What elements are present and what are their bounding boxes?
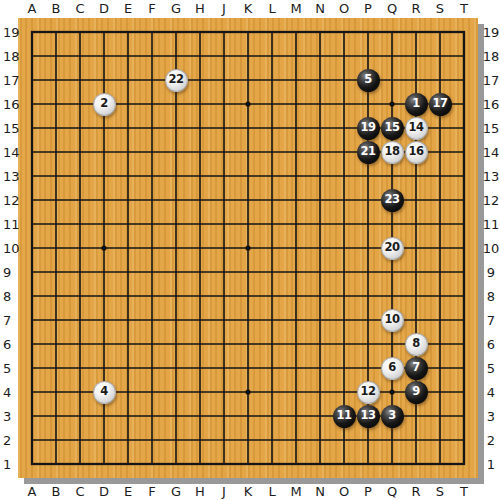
coord-label-top-O: O bbox=[339, 2, 349, 15]
coord-label-right-16: 16 bbox=[483, 98, 500, 111]
coord-label-top-H: H bbox=[195, 2, 205, 15]
move-number: 15 bbox=[384, 122, 399, 134]
coord-label-bottom-P: P bbox=[364, 485, 372, 498]
coord-label-top-R: R bbox=[411, 2, 420, 15]
stone-white-18-Q14[interactable]: 18 bbox=[381, 141, 404, 164]
coord-label-left-6: 6 bbox=[3, 338, 11, 351]
stone-white-16-R14[interactable]: 16 bbox=[405, 141, 428, 164]
stone-black-21-P14[interactable]: 21 bbox=[357, 141, 380, 164]
coord-label-top-D: D bbox=[99, 2, 109, 15]
coord-label-bottom-J: J bbox=[222, 485, 226, 498]
coord-label-right-18: 18 bbox=[483, 50, 500, 63]
coord-label-left-7: 7 bbox=[3, 314, 11, 327]
stone-white-14-R15[interactable]: 14 bbox=[405, 117, 428, 140]
coord-label-right-5: 5 bbox=[487, 362, 495, 375]
stone-black-3-Q3[interactable]: 3 bbox=[381, 405, 404, 428]
coord-label-left-2: 2 bbox=[3, 434, 11, 447]
move-number: 7 bbox=[412, 362, 420, 374]
coord-label-right-14: 14 bbox=[483, 146, 500, 159]
coord-label-top-Q: Q bbox=[387, 2, 397, 15]
stone-white-6-Q5[interactable]: 6 bbox=[381, 357, 404, 380]
coord-label-bottom-G: G bbox=[171, 485, 181, 498]
coord-label-right-13: 13 bbox=[483, 170, 500, 183]
coord-label-left-3: 3 bbox=[3, 410, 11, 423]
coord-label-bottom-C: C bbox=[75, 485, 84, 498]
stone-white-4-D4[interactable]: 4 bbox=[93, 381, 116, 404]
coord-label-top-B: B bbox=[52, 2, 61, 15]
coord-label-bottom-A: A bbox=[28, 485, 37, 498]
move-number: 5 bbox=[364, 74, 372, 86]
coord-label-right-2: 2 bbox=[487, 434, 495, 447]
move-number: 9 bbox=[412, 386, 420, 398]
coord-label-bottom-R: R bbox=[411, 485, 420, 498]
coord-label-top-G: G bbox=[171, 2, 181, 15]
coord-label-right-1: 1 bbox=[487, 458, 495, 471]
stone-white-20-Q10[interactable]: 20 bbox=[381, 237, 404, 260]
move-number: 22 bbox=[168, 74, 183, 86]
coord-label-left-4: 4 bbox=[3, 386, 11, 399]
stone-white-2-D16[interactable]: 2 bbox=[93, 93, 116, 116]
stone-black-13-P3[interactable]: 13 bbox=[357, 405, 380, 428]
coord-label-bottom-F: F bbox=[148, 485, 155, 498]
coord-label-bottom-N: N bbox=[315, 485, 325, 498]
coord-label-bottom-S: S bbox=[436, 485, 444, 498]
stones-grid[interactable]: 1234567891011121314151617181920212223 bbox=[20, 20, 476, 476]
move-number: 3 bbox=[388, 410, 396, 422]
coord-label-top-N: N bbox=[315, 2, 325, 15]
coord-label-top-P: P bbox=[364, 2, 372, 15]
coord-label-right-4: 4 bbox=[487, 386, 495, 399]
coord-label-bottom-O: O bbox=[339, 485, 349, 498]
coord-label-bottom-Q: Q bbox=[387, 485, 397, 498]
move-number: 21 bbox=[360, 146, 375, 158]
coord-label-bottom-B: B bbox=[52, 485, 61, 498]
move-number: 13 bbox=[360, 410, 375, 422]
coord-label-bottom-D: D bbox=[99, 485, 109, 498]
coord-label-top-L: L bbox=[268, 2, 275, 15]
stone-black-17-S16[interactable]: 17 bbox=[429, 93, 452, 116]
move-number: 6 bbox=[388, 362, 396, 374]
stone-black-11-O3[interactable]: 11 bbox=[333, 405, 356, 428]
coord-label-right-8: 8 bbox=[487, 290, 495, 303]
move-number: 19 bbox=[360, 122, 375, 134]
coord-label-right-17: 17 bbox=[483, 74, 500, 87]
move-number: 18 bbox=[384, 146, 399, 158]
stone-black-5-P17[interactable]: 5 bbox=[357, 69, 380, 92]
stone-black-7-R5[interactable]: 7 bbox=[405, 357, 428, 380]
coord-label-bottom-E: E bbox=[124, 485, 132, 498]
stone-black-15-Q15[interactable]: 15 bbox=[381, 117, 404, 140]
stone-white-22-G17[interactable]: 22 bbox=[165, 69, 188, 92]
coord-label-bottom-T: T bbox=[460, 485, 468, 498]
coord-label-left-8: 8 bbox=[3, 290, 11, 303]
stone-white-12-P4[interactable]: 12 bbox=[357, 381, 380, 404]
move-number: 17 bbox=[432, 98, 447, 110]
coord-label-right-12: 12 bbox=[483, 194, 500, 207]
stone-black-19-P15[interactable]: 19 bbox=[357, 117, 380, 140]
stone-black-23-Q12[interactable]: 23 bbox=[381, 189, 404, 212]
coord-label-top-T: T bbox=[460, 2, 468, 15]
coord-label-top-S: S bbox=[436, 2, 444, 15]
coord-label-right-10: 10 bbox=[483, 242, 500, 255]
coord-label-right-9: 9 bbox=[487, 266, 495, 279]
go-board[interactable]: 1234567891011121314151617181920212223 bbox=[18, 18, 478, 478]
move-number: 2 bbox=[100, 98, 108, 110]
coord-label-right-11: 11 bbox=[483, 218, 500, 231]
coord-label-right-6: 6 bbox=[487, 338, 495, 351]
coord-label-top-M: M bbox=[290, 2, 301, 15]
stone-black-1-R16[interactable]: 1 bbox=[405, 93, 428, 116]
coord-label-bottom-H: H bbox=[195, 485, 205, 498]
coord-label-bottom-L: L bbox=[268, 485, 275, 498]
stone-black-9-R4[interactable]: 9 bbox=[405, 381, 428, 404]
move-number: 8 bbox=[412, 338, 420, 350]
coord-label-right-19: 19 bbox=[483, 26, 500, 39]
move-number: 12 bbox=[360, 386, 375, 398]
move-number: 10 bbox=[384, 314, 399, 326]
move-number: 11 bbox=[336, 410, 351, 422]
stone-white-10-Q7[interactable]: 10 bbox=[381, 309, 404, 332]
coord-label-bottom-K: K bbox=[244, 485, 253, 498]
go-diagram: 1234567891011121314151617181920212223 AB… bbox=[0, 0, 500, 500]
coord-label-left-1: 1 bbox=[3, 458, 11, 471]
coord-label-top-A: A bbox=[28, 2, 37, 15]
coord-label-top-F: F bbox=[148, 2, 155, 15]
coord-label-left-9: 9 bbox=[3, 266, 11, 279]
move-number: 16 bbox=[408, 146, 423, 158]
move-number: 4 bbox=[100, 386, 108, 398]
stone-white-8-R6[interactable]: 8 bbox=[405, 333, 428, 356]
coord-label-top-K: K bbox=[244, 2, 253, 15]
coord-label-right-3: 3 bbox=[487, 410, 495, 423]
coord-label-top-E: E bbox=[124, 2, 132, 15]
coord-label-right-7: 7 bbox=[487, 314, 495, 327]
move-number: 14 bbox=[408, 122, 423, 134]
coord-label-left-5: 5 bbox=[3, 362, 11, 375]
coord-label-top-J: J bbox=[222, 2, 226, 15]
move-number: 1 bbox=[412, 98, 420, 110]
coord-label-right-15: 15 bbox=[483, 122, 500, 135]
coord-label-bottom-M: M bbox=[290, 485, 301, 498]
move-number: 23 bbox=[384, 194, 399, 206]
coord-label-top-C: C bbox=[75, 2, 84, 15]
move-number: 20 bbox=[384, 242, 399, 254]
